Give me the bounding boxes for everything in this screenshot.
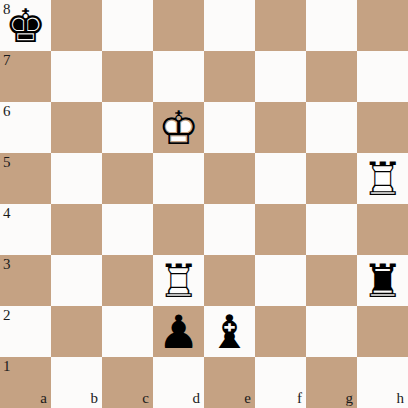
square-f2[interactable]: [255, 306, 306, 357]
square-e2[interactable]: ♝: [204, 306, 255, 357]
square-d3[interactable]: ♜♖: [153, 255, 204, 306]
square-e7[interactable]: [204, 51, 255, 102]
square-h1[interactable]: h: [357, 357, 408, 408]
square-h4[interactable]: [357, 204, 408, 255]
square-e6[interactable]: [204, 102, 255, 153]
square-b8[interactable]: [51, 0, 102, 51]
square-c6[interactable]: [102, 102, 153, 153]
square-b7[interactable]: [51, 51, 102, 102]
square-h5[interactable]: ♜♖: [357, 153, 408, 204]
piece-black-rook[interactable]: ♜: [357, 255, 408, 306]
piece-black-pawn[interactable]: ♟: [153, 306, 204, 357]
square-c7[interactable]: [102, 51, 153, 102]
square-c2[interactable]: [102, 306, 153, 357]
square-h8[interactable]: [357, 0, 408, 51]
piece-white-rook[interactable]: ♖: [357, 153, 408, 204]
square-g8[interactable]: [306, 0, 357, 51]
file-label: h: [397, 391, 405, 406]
square-b1[interactable]: b: [51, 357, 102, 408]
square-g3[interactable]: [306, 255, 357, 306]
rank-label: 7: [3, 53, 11, 68]
square-g7[interactable]: [306, 51, 357, 102]
chess-board: 8♚76♚♔5♜♖43♜♖♜2♟♝1abcdefgh: [0, 0, 408, 408]
square-g1[interactable]: g: [306, 357, 357, 408]
square-f1[interactable]: f: [255, 357, 306, 408]
square-c1[interactable]: c: [102, 357, 153, 408]
square-d8[interactable]: [153, 0, 204, 51]
square-a2[interactable]: 2: [0, 306, 51, 357]
square-e4[interactable]: [204, 204, 255, 255]
rank-label: 4: [3, 206, 11, 221]
square-a1[interactable]: 1a: [0, 357, 51, 408]
rank-label: 5: [3, 155, 11, 170]
square-g2[interactable]: [306, 306, 357, 357]
square-b4[interactable]: [51, 204, 102, 255]
square-b2[interactable]: [51, 306, 102, 357]
square-a5[interactable]: 5: [0, 153, 51, 204]
square-e3[interactable]: [204, 255, 255, 306]
piece-black-bishop[interactable]: ♝: [204, 306, 255, 357]
square-d7[interactable]: [153, 51, 204, 102]
piece-white-king[interactable]: ♔: [153, 102, 204, 153]
square-g4[interactable]: [306, 204, 357, 255]
piece-black-king[interactable]: ♚: [0, 0, 51, 51]
square-e5[interactable]: [204, 153, 255, 204]
square-a6[interactable]: 6: [0, 102, 51, 153]
square-f7[interactable]: [255, 51, 306, 102]
square-a8[interactable]: 8♚: [0, 0, 51, 51]
square-e8[interactable]: [204, 0, 255, 51]
rank-label: 2: [3, 308, 11, 323]
file-label: c: [142, 391, 149, 406]
square-h7[interactable]: [357, 51, 408, 102]
file-label: f: [297, 391, 302, 406]
piece-white-rook[interactable]: ♖: [153, 255, 204, 306]
square-h2[interactable]: [357, 306, 408, 357]
square-b6[interactable]: [51, 102, 102, 153]
square-h6[interactable]: [357, 102, 408, 153]
file-label: e: [244, 391, 251, 406]
file-label: d: [193, 391, 201, 406]
square-b5[interactable]: [51, 153, 102, 204]
file-label: a: [40, 391, 47, 406]
square-c5[interactable]: [102, 153, 153, 204]
square-e1[interactable]: e: [204, 357, 255, 408]
square-d5[interactable]: [153, 153, 204, 204]
square-f8[interactable]: [255, 0, 306, 51]
rank-label: 3: [3, 257, 11, 272]
rank-label: 6: [3, 104, 11, 119]
file-label: g: [346, 391, 354, 406]
square-f3[interactable]: [255, 255, 306, 306]
square-a3[interactable]: 3: [0, 255, 51, 306]
file-label: b: [91, 391, 99, 406]
square-d6[interactable]: ♚♔: [153, 102, 204, 153]
square-f4[interactable]: [255, 204, 306, 255]
square-g6[interactable]: [306, 102, 357, 153]
square-h3[interactable]: ♜: [357, 255, 408, 306]
square-b3[interactable]: [51, 255, 102, 306]
square-d4[interactable]: [153, 204, 204, 255]
square-f5[interactable]: [255, 153, 306, 204]
square-g5[interactable]: [306, 153, 357, 204]
square-d1[interactable]: d: [153, 357, 204, 408]
square-c4[interactable]: [102, 204, 153, 255]
square-c3[interactable]: [102, 255, 153, 306]
square-f6[interactable]: [255, 102, 306, 153]
square-d2[interactable]: ♟: [153, 306, 204, 357]
square-a4[interactable]: 4: [0, 204, 51, 255]
rank-label: 1: [3, 359, 11, 374]
square-c8[interactable]: [102, 0, 153, 51]
square-a7[interactable]: 7: [0, 51, 51, 102]
